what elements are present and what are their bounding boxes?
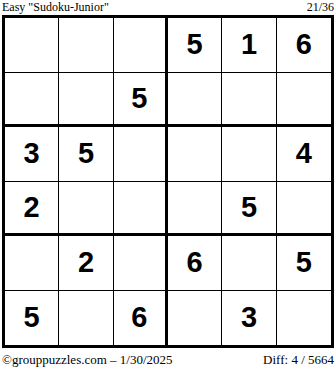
page-header: Easy "Sudoku-Junior" 21/36 [0, 0, 336, 15]
puzzle-page: Easy "Sudoku-Junior" 21/36 5165354252655… [0, 0, 336, 370]
cell-r3c5[interactable] [222, 127, 276, 182]
cell-r1c3[interactable] [114, 18, 168, 73]
cell-r2c1[interactable] [5, 73, 59, 128]
cell-r4c5[interactable]: 5 [222, 182, 276, 237]
cell-r5c3[interactable] [114, 236, 168, 291]
cell-r6c2[interactable] [59, 291, 113, 346]
cell-r1c5[interactable]: 1 [222, 18, 276, 73]
cell-r1c6[interactable]: 6 [277, 18, 331, 73]
cell-r6c6[interactable] [277, 291, 331, 346]
cell-r6c4[interactable] [168, 291, 222, 346]
cell-r5c1[interactable] [5, 236, 59, 291]
cell-r3c1[interactable]: 3 [5, 127, 59, 182]
cell-r5c6[interactable]: 5 [277, 236, 331, 291]
difficulty-text: Diff: 4 / 5664 [263, 352, 334, 367]
cell-r2c6[interactable] [277, 73, 331, 128]
cell-r2c2[interactable] [59, 73, 113, 128]
cell-r5c2[interactable]: 2 [59, 236, 113, 291]
cell-r2c5[interactable] [222, 73, 276, 128]
cell-r3c4[interactable] [168, 127, 222, 182]
cell-r1c4[interactable]: 5 [168, 18, 222, 73]
cell-r3c6[interactable]: 4 [277, 127, 331, 182]
puzzle-title: Easy "Sudoku-Junior" [2, 1, 109, 14]
cell-r6c3[interactable]: 6 [114, 291, 168, 346]
cell-r4c6[interactable] [277, 182, 331, 237]
cell-r6c5[interactable]: 3 [222, 291, 276, 346]
copyright-text: ©grouppuzzles.com – 1/30/2025 [2, 352, 173, 367]
cell-r5c5[interactable] [222, 236, 276, 291]
cell-r3c3[interactable] [114, 127, 168, 182]
cell-r2c4[interactable] [168, 73, 222, 128]
cell-r2c3[interactable]: 5 [114, 73, 168, 128]
cell-r4c2[interactable] [59, 182, 113, 237]
cell-r4c1[interactable]: 2 [5, 182, 59, 237]
page-footer: ©grouppuzzles.com – 1/30/2025 Diff: 4 / … [0, 352, 336, 367]
cell-r1c1[interactable] [5, 18, 59, 73]
sudoku-board: 516535425265563 [2, 15, 334, 348]
cell-r4c3[interactable] [114, 182, 168, 237]
page-number: 21/36 [307, 1, 334, 14]
cell-r4c4[interactable] [168, 182, 222, 237]
cell-r1c2[interactable] [59, 18, 113, 73]
cell-r6c1[interactable]: 5 [5, 291, 59, 346]
cell-r5c4[interactable]: 6 [168, 236, 222, 291]
cell-r3c2[interactable]: 5 [59, 127, 113, 182]
